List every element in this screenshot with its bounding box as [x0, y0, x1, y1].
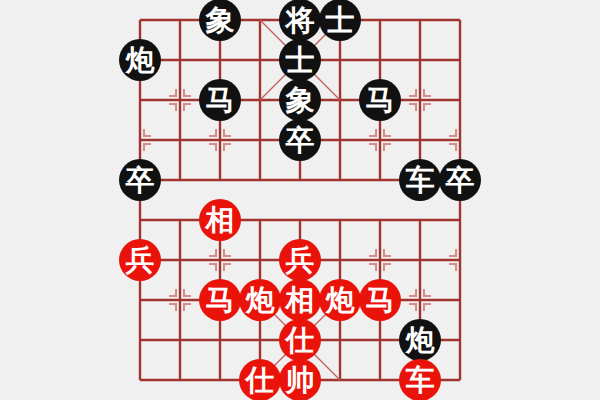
xiangqi-board: 象将士炮士马象马卒卒车卒相兵兵马炮相炮马仕炮仕帅车 [0, 0, 600, 400]
piece-black-chariot[interactable]: 车 [399, 159, 441, 201]
board-grid: 象将士炮士马象马卒卒车卒相兵兵马炮相炮马仕炮仕帅车 [120, 0, 480, 400]
piece-red-elephant[interactable]: 相 [279, 279, 321, 321]
piece-black-soldier[interactable]: 卒 [439, 159, 481, 201]
piece-red-general[interactable]: 帅 [279, 359, 321, 400]
piece-black-general[interactable]: 将 [279, 0, 321, 41]
piece-black-horse[interactable]: 马 [199, 79, 241, 121]
piece-red-advisor[interactable]: 仕 [279, 319, 321, 361]
piece-red-horse[interactable]: 马 [199, 279, 241, 321]
piece-black-elephant[interactable]: 象 [279, 79, 321, 121]
piece-black-advisor[interactable]: 士 [279, 39, 321, 81]
piece-black-cannon[interactable]: 炮 [399, 319, 441, 361]
piece-red-soldier[interactable]: 兵 [279, 239, 321, 281]
piece-black-elephant[interactable]: 象 [199, 0, 241, 41]
piece-black-cannon[interactable]: 炮 [119, 39, 161, 81]
piece-red-horse[interactable]: 马 [359, 279, 401, 321]
piece-black-soldier[interactable]: 卒 [119, 159, 161, 201]
piece-red-cannon[interactable]: 炮 [319, 279, 361, 321]
piece-red-cannon[interactable]: 炮 [239, 279, 281, 321]
piece-red-advisor[interactable]: 仕 [239, 359, 281, 400]
piece-black-advisor[interactable]: 士 [319, 0, 361, 41]
piece-red-soldier[interactable]: 兵 [119, 239, 161, 281]
piece-red-elephant[interactable]: 相 [199, 199, 241, 241]
piece-black-horse[interactable]: 马 [359, 79, 401, 121]
piece-black-soldier[interactable]: 卒 [279, 119, 321, 161]
piece-red-chariot[interactable]: 车 [399, 359, 441, 400]
